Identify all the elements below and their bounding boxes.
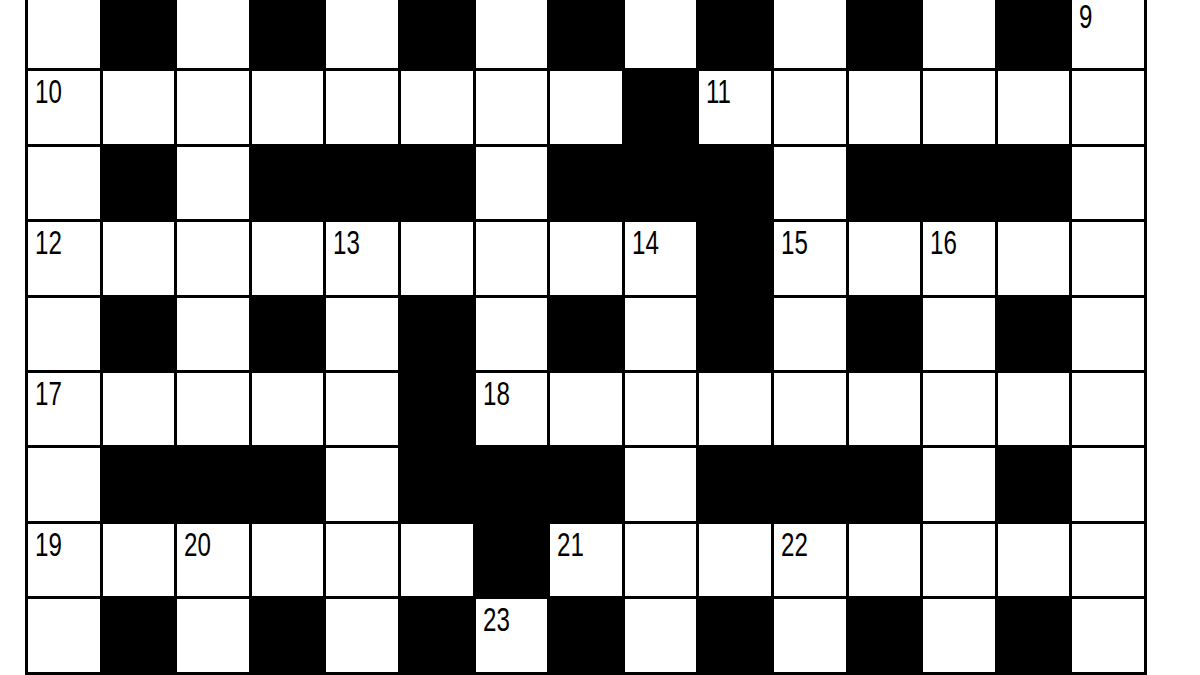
grid-cell[interactable]: [625, 599, 697, 671]
grid-cell[interactable]: [28, 147, 100, 219]
black-cell: [699, 599, 771, 671]
grid-cell[interactable]: [1072, 448, 1144, 520]
black-cell: [252, 147, 324, 219]
black-cell: [699, 0, 771, 68]
grid-cell[interactable]: [849, 524, 921, 596]
grid-cell[interactable]: [401, 71, 473, 143]
grid-cell[interactable]: [774, 71, 846, 143]
black-cell: [774, 448, 846, 520]
black-cell: [923, 147, 995, 219]
grid-cell[interactable]: 22: [774, 524, 846, 596]
black-cell: [849, 147, 921, 219]
grid-cell[interactable]: [774, 298, 846, 370]
grid-cell[interactable]: [923, 599, 995, 671]
grid-cell[interactable]: [998, 71, 1070, 143]
black-cell: [550, 0, 622, 68]
grid-cell[interactable]: [1072, 599, 1144, 671]
black-cell: [849, 599, 921, 671]
grid-cell[interactable]: [476, 298, 548, 370]
grid-cell[interactable]: [998, 373, 1070, 445]
grid-cell[interactable]: [550, 222, 622, 294]
black-cell: [252, 298, 324, 370]
grid-cell[interactable]: [774, 147, 846, 219]
grid-cell[interactable]: [177, 0, 249, 68]
grid-cell[interactable]: [998, 524, 1070, 596]
grid-cell[interactable]: [849, 222, 921, 294]
grid-cell[interactable]: [625, 0, 697, 68]
grid-cell[interactable]: [998, 222, 1070, 294]
grid-cell[interactable]: [849, 373, 921, 445]
grid-cell[interactable]: [326, 373, 398, 445]
grid-cell[interactable]: [401, 524, 473, 596]
clue-number: 19: [35, 528, 62, 561]
black-cell: [401, 0, 473, 68]
grid-cell[interactable]: [326, 71, 398, 143]
black-cell: [699, 222, 771, 294]
grid-cell[interactable]: [28, 599, 100, 671]
black-cell: [326, 147, 398, 219]
grid-cell[interactable]: [177, 147, 249, 219]
grid-cell[interactable]: [699, 373, 771, 445]
black-cell: [401, 599, 473, 671]
black-cell: [103, 147, 175, 219]
grid-cell[interactable]: 12: [28, 222, 100, 294]
grid-cell[interactable]: [849, 71, 921, 143]
black-cell: [849, 448, 921, 520]
grid-cell[interactable]: [1072, 298, 1144, 370]
clue-number: 20: [184, 528, 211, 561]
grid-cell[interactable]: 23: [476, 599, 548, 671]
black-cell: [103, 448, 175, 520]
grid-cell[interactable]: [476, 222, 548, 294]
grid-cell[interactable]: [326, 0, 398, 68]
grid-cell[interactable]: [177, 71, 249, 143]
grid-cell[interactable]: [625, 373, 697, 445]
grid-cell[interactable]: [252, 524, 324, 596]
black-cell: [252, 599, 324, 671]
grid-cell[interactable]: 18: [476, 373, 548, 445]
black-cell: [625, 147, 697, 219]
grid-cell[interactable]: [252, 222, 324, 294]
grid-cell[interactable]: [476, 147, 548, 219]
grid-cell[interactable]: [625, 524, 697, 596]
grid-cell[interactable]: 13: [326, 222, 398, 294]
grid-cell[interactable]: [923, 298, 995, 370]
black-cell: [998, 298, 1070, 370]
clue-number: 18: [483, 377, 510, 410]
grid-cell[interactable]: [177, 373, 249, 445]
grid-cell[interactable]: [923, 373, 995, 445]
grid-cell[interactable]: [625, 448, 697, 520]
grid-cell[interactable]: [923, 0, 995, 68]
grid-cell[interactable]: 20: [177, 524, 249, 596]
black-cell: [550, 298, 622, 370]
black-cell: [625, 71, 697, 143]
grid-cell[interactable]: [177, 298, 249, 370]
grid-cell[interactable]: [625, 298, 697, 370]
clue-number: 12: [35, 226, 62, 259]
grid-cell[interactable]: [550, 373, 622, 445]
black-cell: [998, 0, 1070, 68]
black-cell: [699, 298, 771, 370]
black-cell: [699, 147, 771, 219]
grid-cell[interactable]: 10: [28, 71, 100, 143]
grid-cell[interactable]: 16: [923, 222, 995, 294]
grid-cell[interactable]: 21: [550, 524, 622, 596]
grid-cell[interactable]: [326, 448, 398, 520]
crossword-page: 91011121314151617181920212223: [0, 0, 1200, 675]
black-cell: [177, 448, 249, 520]
black-cell: [476, 448, 548, 520]
black-cell: [252, 448, 324, 520]
grid-cell[interactable]: 14: [625, 222, 697, 294]
black-cell: [401, 298, 473, 370]
grid-cell[interactable]: [326, 599, 398, 671]
grid-cell[interactable]: [923, 448, 995, 520]
clue-number: 11: [706, 75, 731, 108]
black-cell: [401, 147, 473, 219]
grid-cell[interactable]: [1072, 147, 1144, 219]
grid-cell[interactable]: [1072, 71, 1144, 143]
clue-number: 10: [35, 75, 62, 108]
grid-cell[interactable]: 9: [1072, 0, 1144, 68]
grid-cell[interactable]: [103, 524, 175, 596]
grid-cell[interactable]: [476, 71, 548, 143]
clue-number: 22: [781, 528, 808, 561]
grid-cell[interactable]: [923, 524, 995, 596]
grid-cell[interactable]: [550, 71, 622, 143]
grid-cell[interactable]: [326, 298, 398, 370]
grid-cell[interactable]: [326, 524, 398, 596]
clue-number: 17: [35, 377, 62, 410]
grid-cell[interactable]: [177, 222, 249, 294]
grid-cell[interactable]: [252, 373, 324, 445]
grid-cell[interactable]: [923, 71, 995, 143]
clue-number: 14: [632, 226, 659, 259]
grid-cell[interactable]: 17: [28, 373, 100, 445]
clue-number: 13: [333, 226, 360, 259]
grid-cell[interactable]: [699, 524, 771, 596]
grid-cell[interactable]: [401, 222, 473, 294]
grid-cell[interactable]: [103, 373, 175, 445]
black-cell: [550, 448, 622, 520]
grid-cell[interactable]: [1072, 524, 1144, 596]
grid-cell[interactable]: 11: [699, 71, 771, 143]
grid-cell[interactable]: [103, 71, 175, 143]
grid-cell[interactable]: 19: [28, 524, 100, 596]
black-cell: [103, 298, 175, 370]
black-cell: [550, 147, 622, 219]
clue-number: 21: [557, 528, 584, 561]
clue-number: 9: [1079, 0, 1092, 33]
black-cell: [401, 373, 473, 445]
black-cell: [998, 448, 1070, 520]
grid-cell[interactable]: [1072, 222, 1144, 294]
grid-cell[interactable]: [774, 373, 846, 445]
grid-cell[interactable]: [28, 0, 100, 68]
grid-cell[interactable]: 15: [774, 222, 846, 294]
black-cell: [401, 448, 473, 520]
black-cell: [103, 599, 175, 671]
grid-cell[interactable]: [103, 222, 175, 294]
black-cell: [550, 599, 622, 671]
black-cell: [476, 524, 548, 596]
clue-number: 16: [930, 226, 957, 259]
black-cell: [998, 147, 1070, 219]
black-cell: [699, 448, 771, 520]
grid-cell[interactable]: [177, 599, 249, 671]
grid-cell[interactable]: [28, 298, 100, 370]
black-cell: [252, 0, 324, 68]
black-cell: [103, 0, 175, 68]
grid-cell[interactable]: [28, 448, 100, 520]
black-cell: [849, 298, 921, 370]
grid-cell[interactable]: [476, 0, 548, 68]
grid-cell[interactable]: [252, 71, 324, 143]
clue-number: 15: [781, 226, 808, 259]
grid-cell[interactable]: [774, 599, 846, 671]
grid-cell[interactable]: [1072, 373, 1144, 445]
black-cell: [849, 0, 921, 68]
clue-number: 23: [483, 603, 510, 636]
crossword-grid: 91011121314151617181920212223: [25, 0, 1147, 675]
grid-cell[interactable]: [774, 0, 846, 68]
black-cell: [998, 599, 1070, 671]
